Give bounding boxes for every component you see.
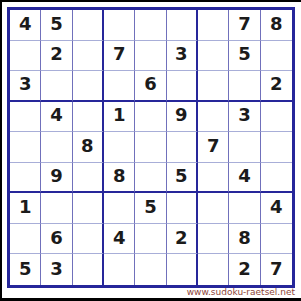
- cell-r4c2[interactable]: 4: [41, 102, 72, 133]
- cell-r7c4[interactable]: [104, 193, 135, 224]
- cell-r3c9[interactable]: 2: [261, 71, 292, 102]
- cell-r1c7[interactable]: [198, 10, 229, 41]
- cell-r3c4[interactable]: [104, 71, 135, 102]
- cell-r8c9[interactable]: [261, 224, 292, 255]
- cell-r8c6[interactable]: 2: [167, 224, 198, 255]
- cell-r6c7[interactable]: [198, 163, 229, 194]
- cell-r9c8[interactable]: 2: [229, 254, 260, 285]
- cell-r2c3[interactable]: [73, 41, 104, 72]
- cell-r5c5[interactable]: [135, 132, 166, 163]
- cell-r8c3[interactable]: [73, 224, 104, 255]
- cell-r6c5[interactable]: [135, 163, 166, 194]
- cell-r5c7[interactable]: 7: [198, 132, 229, 163]
- cell-r2c7[interactable]: [198, 41, 229, 72]
- cell-r5c9[interactable]: [261, 132, 292, 163]
- cell-r4c8[interactable]: 3: [229, 102, 260, 133]
- cell-r3c5[interactable]: 6: [135, 71, 166, 102]
- cell-r2c5[interactable]: [135, 41, 166, 72]
- cell-r9c2[interactable]: 3: [41, 254, 72, 285]
- website-url: www.sudoku-raetsel.net: [187, 287, 295, 297]
- cell-r9c4[interactable]: [104, 254, 135, 285]
- cell-r7c2[interactable]: [41, 193, 72, 224]
- cell-r1c3[interactable]: [73, 10, 104, 41]
- cell-r2c2[interactable]: 2: [41, 41, 72, 72]
- cell-r2c1[interactable]: [10, 41, 41, 72]
- sudoku-board: 45782735362419387985415464285327: [7, 7, 295, 288]
- cell-r9c6[interactable]: [167, 254, 198, 285]
- cell-r7c3[interactable]: [73, 193, 104, 224]
- cell-r8c1[interactable]: [10, 224, 41, 255]
- cell-r5c1[interactable]: [10, 132, 41, 163]
- cell-r9c5[interactable]: [135, 254, 166, 285]
- cell-r6c4[interactable]: 8: [104, 163, 135, 194]
- cell-r3c2[interactable]: [41, 71, 72, 102]
- puzzle-frame: 45782735362419387985415464285327 www.sud…: [0, 0, 301, 301]
- cell-r1c5[interactable]: [135, 10, 166, 41]
- cell-r4c6[interactable]: 9: [167, 102, 198, 133]
- cell-r4c9[interactable]: [261, 102, 292, 133]
- cell-r3c6[interactable]: [167, 71, 198, 102]
- cell-r3c8[interactable]: [229, 71, 260, 102]
- cell-r5c4[interactable]: [104, 132, 135, 163]
- cell-r4c5[interactable]: [135, 102, 166, 133]
- cell-r3c3[interactable]: [73, 71, 104, 102]
- cell-r1c1[interactable]: 4: [10, 10, 41, 41]
- cell-r5c2[interactable]: [41, 132, 72, 163]
- cell-r6c2[interactable]: 9: [41, 163, 72, 194]
- cell-r2c9[interactable]: [261, 41, 292, 72]
- cell-r1c6[interactable]: [167, 10, 198, 41]
- cell-r6c6[interactable]: 5: [167, 163, 198, 194]
- cell-r8c5[interactable]: [135, 224, 166, 255]
- cell-r6c9[interactable]: [261, 163, 292, 194]
- cell-r7c7[interactable]: [198, 193, 229, 224]
- cell-r9c1[interactable]: 5: [10, 254, 41, 285]
- cell-r5c8[interactable]: [229, 132, 260, 163]
- cell-r6c3[interactable]: [73, 163, 104, 194]
- cell-r9c3[interactable]: [73, 254, 104, 285]
- cell-r7c9[interactable]: 4: [261, 193, 292, 224]
- cell-r5c6[interactable]: [167, 132, 198, 163]
- cell-r5c3[interactable]: 8: [73, 132, 104, 163]
- cell-r1c9[interactable]: 8: [261, 10, 292, 41]
- cell-r8c8[interactable]: 8: [229, 224, 260, 255]
- cell-r7c5[interactable]: 5: [135, 193, 166, 224]
- cell-r4c4[interactable]: 1: [104, 102, 135, 133]
- cell-r1c4[interactable]: [104, 10, 135, 41]
- cell-r4c7[interactable]: [198, 102, 229, 133]
- cell-r4c3[interactable]: [73, 102, 104, 133]
- cell-r2c4[interactable]: 7: [104, 41, 135, 72]
- cell-r2c6[interactable]: 3: [167, 41, 198, 72]
- cell-r8c2[interactable]: 6: [41, 224, 72, 255]
- cell-r9c9[interactable]: 7: [261, 254, 292, 285]
- cell-r7c8[interactable]: [229, 193, 260, 224]
- cell-r7c6[interactable]: [167, 193, 198, 224]
- cell-r2c8[interactable]: 5: [229, 41, 260, 72]
- cell-r9c7[interactable]: [198, 254, 229, 285]
- cell-r8c4[interactable]: 4: [104, 224, 135, 255]
- cell-r6c1[interactable]: [10, 163, 41, 194]
- cell-r6c8[interactable]: 4: [229, 163, 260, 194]
- cell-r3c7[interactable]: [198, 71, 229, 102]
- cell-r4c1[interactable]: [10, 102, 41, 133]
- cell-r8c7[interactable]: [198, 224, 229, 255]
- cell-r3c1[interactable]: 3: [10, 71, 41, 102]
- cell-r7c1[interactable]: 1: [10, 193, 41, 224]
- cell-r1c2[interactable]: 5: [41, 10, 72, 41]
- cell-r1c8[interactable]: 7: [229, 10, 260, 41]
